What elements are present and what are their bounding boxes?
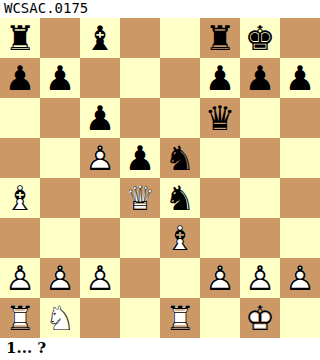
square-a4[interactable]: ♝♗ (0, 178, 40, 218)
square-g8[interactable]: ♚ (240, 18, 280, 58)
square-a6[interactable] (0, 98, 40, 138)
square-f2[interactable]: ♟♙ (200, 258, 240, 298)
white-pawn-icon: ♟♙ (200, 258, 240, 298)
white-queen-icon: ♛♕ (120, 178, 160, 218)
white-knight-icon: ♞♘ (40, 298, 80, 338)
white-pawn-icon: ♟♙ (80, 138, 120, 178)
square-d3[interactable] (120, 218, 160, 258)
square-b1[interactable]: ♞♘ (40, 298, 80, 338)
square-a3[interactable] (0, 218, 40, 258)
square-c8[interactable]: ♝ (80, 18, 120, 58)
square-c5[interactable]: ♟♙ (80, 138, 120, 178)
black-pawn-icon: ♟ (280, 58, 320, 98)
square-d8[interactable] (120, 18, 160, 58)
square-h3[interactable] (280, 218, 320, 258)
white-pawn-icon: ♟♙ (280, 258, 320, 298)
black-pawn-icon: ♟ (240, 58, 280, 98)
square-b7[interactable]: ♟ (40, 58, 80, 98)
square-a7[interactable]: ♟ (0, 58, 40, 98)
white-pawn-icon: ♟♙ (80, 258, 120, 298)
move-prompt: 1... ? (0, 338, 320, 360)
square-g2[interactable]: ♟♙ (240, 258, 280, 298)
black-pawn-icon: ♟ (0, 58, 40, 98)
square-c3[interactable] (80, 218, 120, 258)
square-e5[interactable]: ♞ (160, 138, 200, 178)
square-a2[interactable]: ♟♙ (0, 258, 40, 298)
white-rook-icon: ♜♖ (160, 298, 200, 338)
square-e3[interactable]: ♝♗ (160, 218, 200, 258)
square-g4[interactable] (240, 178, 280, 218)
white-pawn-icon: ♟♙ (0, 258, 40, 298)
square-a8[interactable]: ♜ (0, 18, 40, 58)
square-d6[interactable] (120, 98, 160, 138)
black-king-icon: ♚ (240, 18, 280, 58)
black-knight-icon: ♞ (160, 178, 200, 218)
square-g3[interactable] (240, 218, 280, 258)
square-b5[interactable] (40, 138, 80, 178)
square-g7[interactable]: ♟ (240, 58, 280, 98)
square-c6[interactable]: ♟ (80, 98, 120, 138)
square-e1[interactable]: ♜♖ (160, 298, 200, 338)
square-c1[interactable] (80, 298, 120, 338)
square-e7[interactable] (160, 58, 200, 98)
square-c7[interactable] (80, 58, 120, 98)
black-pawn-icon: ♟ (200, 58, 240, 98)
square-f4[interactable] (200, 178, 240, 218)
square-h2[interactable]: ♟♙ (280, 258, 320, 298)
square-d4[interactable]: ♛♕ (120, 178, 160, 218)
black-pawn-icon: ♟ (80, 98, 120, 138)
black-knight-icon: ♞ (160, 138, 200, 178)
square-h6[interactable] (280, 98, 320, 138)
square-f5[interactable] (200, 138, 240, 178)
square-b8[interactable] (40, 18, 80, 58)
square-f8[interactable]: ♜ (200, 18, 240, 58)
square-b2[interactable]: ♟♙ (40, 258, 80, 298)
square-e6[interactable] (160, 98, 200, 138)
square-b6[interactable] (40, 98, 80, 138)
square-e8[interactable] (160, 18, 200, 58)
black-pawn-icon: ♟ (40, 58, 80, 98)
square-d1[interactable] (120, 298, 160, 338)
square-a5[interactable] (0, 138, 40, 178)
white-rook-icon: ♜♖ (0, 298, 40, 338)
square-h4[interactable] (280, 178, 320, 218)
black-bishop-icon: ♝ (80, 18, 120, 58)
white-bishop-icon: ♝♗ (160, 218, 200, 258)
square-a1[interactable]: ♜♖ (0, 298, 40, 338)
black-pawn-icon: ♟ (120, 138, 160, 178)
square-c4[interactable] (80, 178, 120, 218)
square-e4[interactable]: ♞ (160, 178, 200, 218)
white-bishop-icon: ♝♗ (0, 178, 40, 218)
square-g6[interactable] (240, 98, 280, 138)
square-d2[interactable] (120, 258, 160, 298)
square-f7[interactable]: ♟ (200, 58, 240, 98)
square-f3[interactable] (200, 218, 240, 258)
black-queen-icon: ♛ (200, 98, 240, 138)
black-rook-icon: ♜ (0, 18, 40, 58)
square-h7[interactable]: ♟ (280, 58, 320, 98)
square-f6[interactable]: ♛ (200, 98, 240, 138)
square-h1[interactable] (280, 298, 320, 338)
square-g1[interactable]: ♚♔ (240, 298, 280, 338)
puzzle-id: WCSAC.0175 (0, 0, 320, 18)
square-h8[interactable] (280, 18, 320, 58)
square-b3[interactable] (40, 218, 80, 258)
square-c2[interactable]: ♟♙ (80, 258, 120, 298)
black-rook-icon: ♜ (200, 18, 240, 58)
white-king-icon: ♚♔ (240, 298, 280, 338)
square-d5[interactable]: ♟ (120, 138, 160, 178)
chess-board: ♜♝♜♚♟♟♟♟♟♟♛♟♙♟♞♝♗♛♕♞♝♗♟♙♟♙♟♙♟♙♟♙♟♙♜♖♞♘♜♖… (0, 18, 320, 338)
square-f1[interactable] (200, 298, 240, 338)
square-d7[interactable] (120, 58, 160, 98)
white-pawn-icon: ♟♙ (240, 258, 280, 298)
square-g5[interactable] (240, 138, 280, 178)
white-pawn-icon: ♟♙ (40, 258, 80, 298)
square-b4[interactable] (40, 178, 80, 218)
square-h5[interactable] (280, 138, 320, 178)
square-e2[interactable] (160, 258, 200, 298)
